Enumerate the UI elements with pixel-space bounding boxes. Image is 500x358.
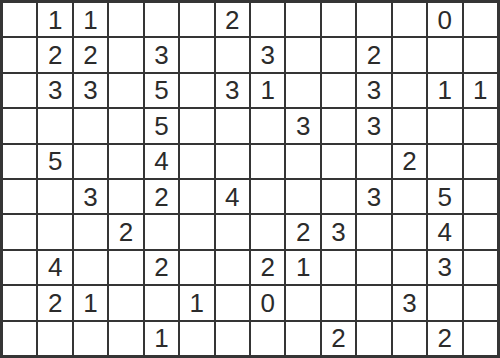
- grid-cell-r9c3[interactable]: 1: [74, 286, 107, 319]
- grid-cell-r5c14[interactable]: [464, 145, 497, 178]
- grid-cell-r8c11[interactable]: [357, 251, 390, 284]
- grid-cell-r2c1[interactable]: [3, 38, 36, 71]
- grid-cell-r7c5[interactable]: [145, 215, 178, 248]
- grid-cell-r6c4[interactable]: [109, 180, 142, 213]
- grid-cell-r3c11[interactable]: 3: [357, 74, 390, 107]
- grid-cell-r4c8[interactable]: [251, 109, 284, 142]
- grid-cell-r6c10[interactable]: [322, 180, 355, 213]
- grid-cell-r1c13[interactable]: 0: [428, 3, 461, 36]
- grid-cell-r10c10[interactable]: 2: [322, 322, 355, 355]
- grid-cell-r4c7[interactable]: [216, 109, 249, 142]
- grid-cell-r1c1[interactable]: [3, 3, 36, 36]
- grid-cell-r1c10[interactable]: [322, 3, 355, 36]
- grid-cell-r9c12[interactable]: 3: [393, 286, 426, 319]
- puzzle-board: 1120223323353131153354232435223442213211…: [0, 0, 500, 358]
- grid-cell-r10c11[interactable]: [357, 322, 390, 355]
- grid-cell-r6c5[interactable]: 2: [145, 180, 178, 213]
- grid-cell-r2c6[interactable]: [180, 38, 213, 71]
- grid-cell-r10c3[interactable]: [74, 322, 107, 355]
- grid-cell-r10c7[interactable]: [216, 322, 249, 355]
- grid-cell-r8c9[interactable]: 1: [286, 251, 319, 284]
- grid-cell-r2c3[interactable]: 2: [74, 38, 107, 71]
- grid-cell-r5c8[interactable]: [251, 145, 284, 178]
- grid-cell-r9c2[interactable]: 2: [38, 286, 71, 319]
- grid-cell-r4c5[interactable]: 5: [145, 109, 178, 142]
- grid-cell-r4c3[interactable]: [74, 109, 107, 142]
- grid-cell-r3c9[interactable]: [286, 74, 319, 107]
- grid-cell-r7c9[interactable]: 2: [286, 215, 319, 248]
- grid-cell-r7c7[interactable]: [216, 215, 249, 248]
- grid-cell-r7c4[interactable]: 2: [109, 215, 142, 248]
- grid-cell-r9c7[interactable]: [216, 286, 249, 319]
- grid-cell-r4c10[interactable]: [322, 109, 355, 142]
- grid-cell-r3c4[interactable]: [109, 74, 142, 107]
- grid-cell-r10c1[interactable]: [3, 322, 36, 355]
- grid-cell-r6c8[interactable]: [251, 180, 284, 213]
- grid-cell-r8c5[interactable]: 2: [145, 251, 178, 284]
- grid-cell-r8c13[interactable]: 3: [428, 251, 461, 284]
- grid-cell-r1c14[interactable]: [464, 3, 497, 36]
- grid-cell-r7c13[interactable]: 4: [428, 215, 461, 248]
- grid-cell-r10c13[interactable]: 2: [428, 322, 461, 355]
- grid-cell-r3c12[interactable]: [393, 74, 426, 107]
- grid-cell-r6c1[interactable]: [3, 180, 36, 213]
- grid-cell-r8c1[interactable]: [3, 251, 36, 284]
- grid-cell-r2c8[interactable]: 3: [251, 38, 284, 71]
- grid-cell-r6c6[interactable]: [180, 180, 213, 213]
- grid-cell-r5c6[interactable]: [180, 145, 213, 178]
- grid-cell-r10c14[interactable]: [464, 322, 497, 355]
- grid-cell-r10c2[interactable]: [38, 322, 71, 355]
- grid-cell-r6c2[interactable]: [38, 180, 71, 213]
- grid-cell-r7c10[interactable]: 3: [322, 215, 355, 248]
- grid-cell-r10c9[interactable]: [286, 322, 319, 355]
- grid-cell-r9c8[interactable]: 0: [251, 286, 284, 319]
- grid-cell-r8c8[interactable]: 2: [251, 251, 284, 284]
- grid-cell-r8c4[interactable]: [109, 251, 142, 284]
- grid-cell-r1c6[interactable]: [180, 3, 213, 36]
- grid-cell-r3c1[interactable]: [3, 74, 36, 107]
- grid-cell-r6c3[interactable]: 3: [74, 180, 107, 213]
- grid-cell-r3c10[interactable]: [322, 74, 355, 107]
- grid-cell-r5c5[interactable]: 4: [145, 145, 178, 178]
- grid-cell-r10c5[interactable]: 1: [145, 322, 178, 355]
- grid-cell-r3c8[interactable]: 1: [251, 74, 284, 107]
- grid-cell-r4c2[interactable]: [38, 109, 71, 142]
- grid-cell-r5c7[interactable]: [216, 145, 249, 178]
- grid-cell-r5c4[interactable]: [109, 145, 142, 178]
- grid-cell-r1c9[interactable]: [286, 3, 319, 36]
- grid-cell-r1c4[interactable]: [109, 3, 142, 36]
- grid-cell-r9c6[interactable]: 1: [180, 286, 213, 319]
- grid-cell-r3c13[interactable]: 1: [428, 74, 461, 107]
- grid-cell-r2c2[interactable]: 2: [38, 38, 71, 71]
- grid-cell-r4c11[interactable]: 3: [357, 109, 390, 142]
- grid-cell-r5c1[interactable]: [3, 145, 36, 178]
- grid-cell-r8c2[interactable]: 4: [38, 251, 71, 284]
- grid-cell-r8c14[interactable]: [464, 251, 497, 284]
- grid-cell-r3c7[interactable]: 3: [216, 74, 249, 107]
- grid-cell-r1c7[interactable]: 2: [216, 3, 249, 36]
- grid-cell-r2c9[interactable]: [286, 38, 319, 71]
- grid-cell-r9c14[interactable]: [464, 286, 497, 319]
- grid-cell-r5c13[interactable]: [428, 145, 461, 178]
- grid-cell-r8c7[interactable]: [216, 251, 249, 284]
- grid-cell-r9c11[interactable]: [357, 286, 390, 319]
- grid-cell-r6c12[interactable]: [393, 180, 426, 213]
- grid-cell-r7c6[interactable]: [180, 215, 213, 248]
- grid-cell-r8c10[interactable]: [322, 251, 355, 284]
- grid-cell-r10c8[interactable]: [251, 322, 284, 355]
- grid-cell-r4c13[interactable]: [428, 109, 461, 142]
- grid-cell-r6c9[interactable]: [286, 180, 319, 213]
- grid-cell-r4c1[interactable]: [3, 109, 36, 142]
- grid-cell-r4c6[interactable]: [180, 109, 213, 142]
- grid-cell-r6c7[interactable]: 4: [216, 180, 249, 213]
- grid-cell-r1c3[interactable]: 1: [74, 3, 107, 36]
- grid-cell-r2c5[interactable]: 3: [145, 38, 178, 71]
- grid-cell-r2c11[interactable]: 2: [357, 38, 390, 71]
- grid-cell-r1c8[interactable]: [251, 3, 284, 36]
- grid-cell-r7c2[interactable]: [38, 215, 71, 248]
- grid-cell-r2c7[interactable]: [216, 38, 249, 71]
- puzzle-page: 1120223323353131153354232435223442213211…: [0, 0, 500, 358]
- grid-cell-r7c14[interactable]: [464, 215, 497, 248]
- grid-cell-r9c13[interactable]: [428, 286, 461, 319]
- grid-cell-r2c4[interactable]: [109, 38, 142, 71]
- grid-cell-r5c11[interactable]: [357, 145, 390, 178]
- grid-cell-r3c2[interactable]: 3: [38, 74, 71, 107]
- grid-cell-r1c2[interactable]: 1: [38, 3, 71, 36]
- grid-cell-r8c6[interactable]: [180, 251, 213, 284]
- grid-cell-r7c8[interactable]: [251, 215, 284, 248]
- grid-cell-r2c12[interactable]: [393, 38, 426, 71]
- grid-cell-r6c13[interactable]: 5: [428, 180, 461, 213]
- grid-cell-r6c11[interactable]: 3: [357, 180, 390, 213]
- grid-cell-r7c12[interactable]: [393, 215, 426, 248]
- grid-cell-r2c10[interactable]: [322, 38, 355, 71]
- grid-cell-r4c14[interactable]: [464, 109, 497, 142]
- grid-cell-r4c12[interactable]: [393, 109, 426, 142]
- grid-cell-r9c5[interactable]: [145, 286, 178, 319]
- grid-cell-r10c6[interactable]: [180, 322, 213, 355]
- grid-cell-r3c3[interactable]: 3: [74, 74, 107, 107]
- grid-cell-r5c9[interactable]: [286, 145, 319, 178]
- grid-cell-r4c4[interactable]: [109, 109, 142, 142]
- grid-cell-r9c10[interactable]: [322, 286, 355, 319]
- grid-cell-r5c3[interactable]: [74, 145, 107, 178]
- grid-cell-r1c5[interactable]: [145, 3, 178, 36]
- grid-cell-r5c12[interactable]: 2: [393, 145, 426, 178]
- grid-cell-r1c11[interactable]: [357, 3, 390, 36]
- grid-cell-r1c12[interactable]: [393, 3, 426, 36]
- grid-cell-r7c1[interactable]: [3, 215, 36, 248]
- grid-cell-r10c12[interactable]: [393, 322, 426, 355]
- grid-cell-r5c10[interactable]: [322, 145, 355, 178]
- grid-cell-r3c5[interactable]: 5: [145, 74, 178, 107]
- grid-cell-r9c9[interactable]: [286, 286, 319, 319]
- grid-cell-r2c14[interactable]: [464, 38, 497, 71]
- grid-cell-r9c4[interactable]: [109, 286, 142, 319]
- grid-cell-r10c4[interactable]: [109, 322, 142, 355]
- grid-cell-r6c14[interactable]: [464, 180, 497, 213]
- grid-cell-r4c9[interactable]: 3: [286, 109, 319, 142]
- grid-cell-r7c3[interactable]: [74, 215, 107, 248]
- grid-cell-r2c13[interactable]: [428, 38, 461, 71]
- grid-cell-r7c11[interactable]: [357, 215, 390, 248]
- grid-cell-r5c2[interactable]: 5: [38, 145, 71, 178]
- grid-cell-r8c3[interactable]: [74, 251, 107, 284]
- grid-cell-r9c1[interactable]: [3, 286, 36, 319]
- grid-cell-r3c14[interactable]: 1: [464, 74, 497, 107]
- grid-cell-r3c6[interactable]: [180, 74, 213, 107]
- grid-cell-r8c12[interactable]: [393, 251, 426, 284]
